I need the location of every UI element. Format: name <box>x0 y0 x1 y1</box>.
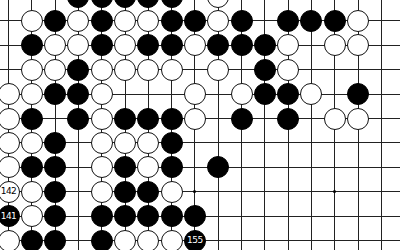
white-stone <box>277 34 299 56</box>
black-stone <box>184 10 206 32</box>
white-stone <box>21 59 43 81</box>
black-stone <box>114 0 136 8</box>
white-stone <box>0 156 20 178</box>
star-point <box>193 190 196 193</box>
black-stone <box>21 230 43 250</box>
white-stone <box>184 34 206 56</box>
black-stone <box>44 230 66 250</box>
white-stone <box>21 83 43 105</box>
black-stone: 155 <box>184 230 206 250</box>
move-label: 141 <box>1 212 17 221</box>
white-stone <box>67 10 89 32</box>
black-stone <box>67 83 89 105</box>
star-point <box>333 190 336 193</box>
white-stone <box>231 83 253 105</box>
black-stone <box>254 83 276 105</box>
black-stone <box>347 83 369 105</box>
black-stone <box>114 205 136 227</box>
white-stone <box>161 181 183 203</box>
white-stone <box>347 108 369 130</box>
black-stone <box>254 34 276 56</box>
white-stone <box>114 59 136 81</box>
black-stone <box>67 108 89 130</box>
grid-line-vertical <box>381 0 382 250</box>
black-stone <box>44 156 66 178</box>
black-stone <box>254 59 276 81</box>
black-stone <box>277 10 299 32</box>
white-stone <box>137 132 159 154</box>
black-stone <box>161 108 183 130</box>
black-stone <box>300 10 322 32</box>
grid-line-vertical <box>311 0 312 250</box>
black-stone <box>184 205 206 227</box>
black-stone <box>44 10 66 32</box>
black-stone <box>44 83 66 105</box>
white-stone <box>347 10 369 32</box>
white-stone <box>44 34 66 56</box>
black-stone <box>91 10 113 32</box>
black-stone <box>161 132 183 154</box>
white-stone <box>161 59 183 81</box>
white-stone: 142 <box>0 181 20 203</box>
white-stone <box>91 59 113 81</box>
white-stone <box>21 10 43 32</box>
black-stone <box>277 83 299 105</box>
white-stone <box>91 156 113 178</box>
black-stone <box>137 0 159 8</box>
black-stone <box>161 0 183 8</box>
white-stone <box>91 83 113 105</box>
black-stone <box>137 181 159 203</box>
black-stone <box>67 0 89 8</box>
black-stone <box>44 132 66 154</box>
black-stone <box>137 108 159 130</box>
black-stone <box>231 108 253 130</box>
white-stone <box>21 181 43 203</box>
black-stone <box>137 205 159 227</box>
black-stone <box>231 10 253 32</box>
white-stone <box>114 34 136 56</box>
white-stone <box>184 108 206 130</box>
move-label: 142 <box>1 187 17 196</box>
black-stone <box>114 181 136 203</box>
white-stone <box>91 108 113 130</box>
white-stone <box>347 34 369 56</box>
white-stone <box>67 34 89 56</box>
white-stone <box>44 59 66 81</box>
black-stone <box>91 34 113 56</box>
black-stone <box>44 205 66 227</box>
black-stone <box>44 181 66 203</box>
white-stone <box>300 83 322 105</box>
black-stone <box>21 34 43 56</box>
white-stone <box>91 181 113 203</box>
white-stone <box>324 34 346 56</box>
white-stone <box>0 132 20 154</box>
white-stone <box>184 83 206 105</box>
white-stone <box>137 59 159 81</box>
white-stone <box>161 230 183 250</box>
white-stone <box>324 108 346 130</box>
black-stone <box>114 156 136 178</box>
black-stone <box>324 10 346 32</box>
black-stone <box>91 0 113 8</box>
white-stone <box>114 132 136 154</box>
black-stone <box>161 205 183 227</box>
move-label: 155 <box>187 236 203 245</box>
white-stone <box>91 132 113 154</box>
black-stone <box>21 156 43 178</box>
black-stone <box>91 205 113 227</box>
white-stone <box>207 10 229 32</box>
white-stone <box>137 10 159 32</box>
white-stone <box>137 156 159 178</box>
black-stone <box>277 108 299 130</box>
white-stone <box>114 10 136 32</box>
black-stone <box>161 10 183 32</box>
black-stone <box>161 156 183 178</box>
white-stone <box>0 230 20 250</box>
black-stone <box>67 59 89 81</box>
white-stone <box>21 132 43 154</box>
white-stone <box>207 0 229 8</box>
black-stone <box>161 34 183 56</box>
black-stone <box>91 230 113 250</box>
white-stone <box>0 108 20 130</box>
white-stone <box>277 59 299 81</box>
go-board: 142141155 <box>0 0 400 250</box>
black-stone <box>207 34 229 56</box>
white-stone <box>21 205 43 227</box>
white-stone <box>137 230 159 250</box>
white-stone <box>114 230 136 250</box>
black-stone <box>137 34 159 56</box>
black-stone <box>207 156 229 178</box>
white-stone <box>207 59 229 81</box>
black-stone <box>231 34 253 56</box>
white-stone <box>0 83 20 105</box>
black-stone <box>114 108 136 130</box>
black-stone: 141 <box>0 205 20 227</box>
black-stone <box>21 108 43 130</box>
